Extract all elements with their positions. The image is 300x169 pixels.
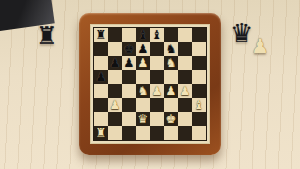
square-e1 — [150, 126, 164, 140]
square-c5 — [122, 70, 136, 84]
square-f4: ♟ — [164, 84, 178, 98]
white-bishop-h3: ♝ — [194, 98, 205, 112]
white-knight-f6: ♞ — [166, 56, 177, 70]
square-b2 — [108, 112, 122, 126]
square-e3 — [150, 98, 164, 112]
square-d4: ♞ — [136, 84, 150, 98]
chess-board: ♜♝♝♚♟♞♟♟♟♞♟♞♟♟♟♟♝♛♚♜ — [93, 27, 207, 141]
square-f2: ♚ — [164, 112, 178, 126]
square-c1 — [122, 126, 136, 140]
square-h3: ♝ — [192, 98, 206, 112]
white-pawn-d6: ♟ — [138, 56, 149, 70]
white-pawn-g4: ♟ — [180, 84, 191, 98]
square-b4 — [108, 84, 122, 98]
square-e6 — [150, 56, 164, 70]
black-rook-icon: ♜ — [36, 22, 58, 50]
square-a8: ♜ — [94, 28, 108, 42]
square-g7 — [178, 42, 192, 56]
square-g5 — [178, 70, 192, 84]
captured-white-pawn: ♟ — [251, 34, 269, 58]
black-bishop-d8: ♝ — [138, 28, 149, 42]
black-pawn-c6: ♟ — [124, 56, 135, 70]
square-d2: ♛ — [136, 112, 150, 126]
square-h2 — [192, 112, 206, 126]
captured-black-queen: ♛ — [230, 18, 253, 48]
white-pawn-e4: ♟ — [152, 84, 163, 98]
board-inlay-border: ♜♝♝♚♟♞♟♟♟♞♟♞♟♟♟♟♝♛♚♜ — [91, 25, 209, 143]
square-f5 — [164, 70, 178, 84]
square-c6: ♟ — [122, 56, 136, 70]
square-h5 — [192, 70, 206, 84]
square-a5: ♟ — [94, 70, 108, 84]
white-rook-a1: ♜ — [96, 126, 107, 140]
white-pawn-icon: ♟ — [251, 34, 269, 58]
square-g4: ♟ — [178, 84, 192, 98]
square-h7 — [192, 42, 206, 56]
square-b8 — [108, 28, 122, 42]
black-rook-a8: ♜ — [96, 28, 107, 42]
square-a1: ♜ — [94, 126, 108, 140]
black-pawn-b6: ♟ — [110, 56, 121, 70]
square-h6 — [192, 56, 206, 70]
square-h1 — [192, 126, 206, 140]
black-pawn-d7: ♟ — [138, 42, 149, 56]
square-g3 — [178, 98, 192, 112]
square-b3: ♟ — [108, 98, 122, 112]
square-c7: ♚ — [122, 42, 136, 56]
square-a4 — [94, 84, 108, 98]
square-e4: ♟ — [150, 84, 164, 98]
square-e8: ♝ — [150, 28, 164, 42]
square-a6 — [94, 56, 108, 70]
square-e7 — [150, 42, 164, 56]
square-g2 — [178, 112, 192, 126]
square-d6: ♟ — [136, 56, 150, 70]
square-e5 — [150, 70, 164, 84]
square-d5 — [136, 70, 150, 84]
square-g8 — [178, 28, 192, 42]
white-pawn-b3: ♟ — [110, 98, 121, 112]
white-pawn-f4: ♟ — [166, 84, 177, 98]
square-g1 — [178, 126, 192, 140]
square-b5 — [108, 70, 122, 84]
square-f3 — [164, 98, 178, 112]
chess-board-frame: ♜♝♝♚♟♞♟♟♟♞♟♞♟♟♟♟♝♛♚♜ — [79, 13, 221, 155]
square-c8 — [122, 28, 136, 42]
square-c3 — [122, 98, 136, 112]
square-b1 — [108, 126, 122, 140]
square-a3 — [94, 98, 108, 112]
square-f6: ♞ — [164, 56, 178, 70]
square-a7 — [94, 42, 108, 56]
square-c2 — [122, 112, 136, 126]
black-king-c7: ♚ — [124, 42, 135, 56]
square-h4 — [192, 84, 206, 98]
photo-canvas: ♜♝♝♚♟♞♟♟♟♞♟♞♟♟♟♟♝♛♚♜ ♜ ♛ ♟ — [0, 0, 300, 169]
white-king-f2: ♚ — [166, 112, 177, 126]
square-f7: ♞ — [164, 42, 178, 56]
square-g6 — [178, 56, 192, 70]
square-a2 — [94, 112, 108, 126]
square-b6: ♟ — [108, 56, 122, 70]
square-f1 — [164, 126, 178, 140]
captured-black-rook: ♜ — [36, 22, 58, 50]
square-d8: ♝ — [136, 28, 150, 42]
black-pawn-a5: ♟ — [96, 70, 107, 84]
square-d3 — [136, 98, 150, 112]
square-c4 — [122, 84, 136, 98]
square-d1 — [136, 126, 150, 140]
black-bishop-e8: ♝ — [152, 28, 163, 42]
white-queen-d2: ♛ — [138, 112, 149, 126]
square-b7 — [108, 42, 122, 56]
square-e2 — [150, 112, 164, 126]
square-h8 — [192, 28, 206, 42]
square-f8 — [164, 28, 178, 42]
black-knight-f7: ♞ — [166, 42, 177, 56]
black-queen-icon: ♛ — [230, 18, 253, 48]
white-knight-d4: ♞ — [138, 84, 149, 98]
square-d7: ♟ — [136, 42, 150, 56]
